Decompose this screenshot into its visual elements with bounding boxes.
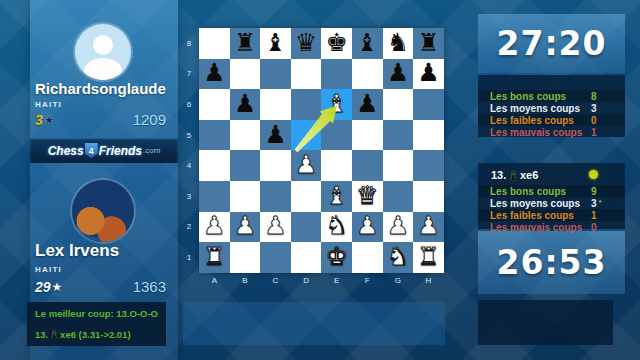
square-f5[interactable] xyxy=(352,120,383,151)
rank-label-2: 2 xyxy=(183,212,195,243)
piece-white-pawn: ♟ xyxy=(387,213,409,238)
rank-label-7: 7 xyxy=(183,59,195,90)
stat-value: 0 xyxy=(585,115,625,126)
square-h7[interactable]: ♟ xyxy=(413,59,444,90)
move-number: 13. xyxy=(35,329,48,340)
stat-label: Les moyens coups xyxy=(490,103,580,114)
square-g4[interactable] xyxy=(383,150,414,181)
avatar-top-player[interactable] xyxy=(75,24,131,80)
square-b7[interactable] xyxy=(230,59,261,90)
played-move-eval: 13. ♝ xe6 (3.31->2.01) xyxy=(35,328,131,341)
top-player-name[interactable]: Richardsonglaude xyxy=(30,80,183,97)
square-h6[interactable] xyxy=(413,89,444,120)
logo-text-tld: .com xyxy=(143,146,160,155)
square-c7[interactable] xyxy=(260,59,291,90)
square-a3[interactable] xyxy=(199,181,230,212)
piece-white-rook: ♜ xyxy=(417,244,439,269)
bishop-icon: ♝ xyxy=(49,328,59,341)
move-eval-text: xe6 (3.31->2.01) xyxy=(60,329,131,340)
square-f8[interactable]: ♝ xyxy=(352,28,383,59)
top-player-rating: 1209 xyxy=(133,111,166,128)
square-e6[interactable]: ♝ xyxy=(321,89,352,120)
square-b1[interactable] xyxy=(230,242,261,273)
square-e2[interactable]: ♞ xyxy=(321,212,352,243)
square-h8[interactable]: ♜ xyxy=(413,28,444,59)
piece-black-pawn: ♟ xyxy=(234,91,256,116)
stat-row-medium: Les moyens coups 3 xyxy=(478,102,625,114)
stat-value: 3 xyxy=(585,103,625,114)
square-g5[interactable] xyxy=(383,120,414,151)
stat-label: Les faibles coups xyxy=(490,115,574,126)
chess-board[interactable]: ♜♝♛♚♝♞♜♟♟♟♟♝♟♟♟♝♛♟♟♟♞♟♟♟♜♚♞♜ xyxy=(199,28,444,273)
piece-white-pawn: ♟ xyxy=(203,213,225,238)
square-b4[interactable] xyxy=(230,150,261,181)
square-c8[interactable]: ♝ xyxy=(260,28,291,59)
rank-labels: 87654321 xyxy=(183,28,195,273)
square-e8[interactable]: ♚ xyxy=(321,28,352,59)
right-bottom-panel xyxy=(478,300,613,345)
square-b5[interactable] xyxy=(230,120,261,151)
square-e5[interactable] xyxy=(321,120,352,151)
avatar-bottom-player[interactable] xyxy=(72,180,134,242)
bottom-middle-bar xyxy=(183,302,445,345)
square-d5[interactable] xyxy=(291,120,322,151)
square-f3[interactable]: ♛ xyxy=(352,181,383,212)
piece-white-pawn: ♟ xyxy=(234,213,256,238)
square-e1[interactable]: ♚ xyxy=(321,242,352,273)
file-label-d: D xyxy=(291,276,322,288)
stat-label: Les mauvais coups xyxy=(490,127,582,138)
square-f6[interactable]: ♟ xyxy=(352,89,383,120)
move-quality-dot xyxy=(589,170,598,179)
square-c6[interactable] xyxy=(260,89,291,120)
square-c3[interactable] xyxy=(260,181,291,212)
piece-black-pawn: ♟ xyxy=(356,91,378,116)
square-g8[interactable]: ♞ xyxy=(383,28,414,59)
bottom-player-star-count: 29 xyxy=(35,279,51,295)
piece-white-rook: ♜ xyxy=(203,244,225,269)
stat-row-bad: Les mauvais coups 1 xyxy=(478,126,625,138)
square-g3[interactable] xyxy=(383,181,414,212)
logo-text-chess: Chess xyxy=(48,144,84,158)
rank-label-1: 1 xyxy=(183,242,195,273)
stat-row-good: Les bons coups 8 xyxy=(478,90,625,102)
square-f2[interactable]: ♟ xyxy=(352,212,383,243)
piece-black-pawn: ♟ xyxy=(203,60,225,85)
best-move-text: Le meilleur coup: 13.O-O-O xyxy=(35,308,158,319)
top-player-clock: 27:20 xyxy=(478,14,625,73)
stat-label: Les faibles coups xyxy=(490,210,574,221)
square-a4[interactable] xyxy=(199,150,230,181)
stat-row-weak: Les faibles coups 1 xyxy=(478,209,625,221)
piece-black-rook: ♜ xyxy=(234,30,256,55)
piece-white-knight: ♞ xyxy=(325,213,347,238)
bottom-player-name[interactable]: Lex Irvens xyxy=(30,241,183,261)
piece-white-queen: ♛ xyxy=(356,183,378,208)
stat-label: Les bons coups xyxy=(490,186,566,197)
stat-row-weak: Les faibles coups 0 xyxy=(478,114,625,126)
file-label-c: C xyxy=(260,276,291,288)
square-e7[interactable] xyxy=(321,59,352,90)
square-e3[interactable]: ♝ xyxy=(321,181,352,212)
piece-white-pawn: ♟ xyxy=(264,213,286,238)
move-analysis-panel: 13. ♝ xe6 Les bons coups 9 Les moyens co… xyxy=(478,163,625,229)
square-f4[interactable] xyxy=(352,150,383,181)
square-d2[interactable] xyxy=(291,212,322,243)
logo-shield-icon: 4 xyxy=(85,143,98,158)
rank-label-6: 6 xyxy=(183,89,195,120)
piece-black-pawn: ♟ xyxy=(264,122,286,147)
stat-label: Les bons coups xyxy=(490,91,566,102)
piece-white-pawn: ♟ xyxy=(356,213,378,238)
square-c2[interactable]: ♟ xyxy=(260,212,291,243)
avatar-silhouette-head xyxy=(93,35,113,55)
square-a1[interactable]: ♜ xyxy=(199,242,230,273)
square-b2[interactable]: ♟ xyxy=(230,212,261,243)
square-g2[interactable]: ♟ xyxy=(383,212,414,243)
square-a7[interactable]: ♟ xyxy=(199,59,230,90)
square-c1[interactable] xyxy=(260,242,291,273)
square-a5[interactable] xyxy=(199,120,230,151)
stat-row-good: Les bons coups 9 xyxy=(478,185,625,197)
piece-black-king: ♚ xyxy=(325,30,347,55)
stat-label: Les moyens coups xyxy=(490,198,580,209)
rank-label-5: 5 xyxy=(183,120,195,151)
square-b6[interactable]: ♟ xyxy=(230,89,261,120)
square-d4[interactable]: ♟ xyxy=(291,150,322,181)
square-f1[interactable] xyxy=(352,242,383,273)
bottom-player-rating: 1363 xyxy=(133,278,166,295)
file-label-a: A xyxy=(199,276,230,288)
piece-white-king: ♚ xyxy=(325,244,347,269)
piece-white-bishop: ♝ xyxy=(325,91,347,116)
rank-label-4: 4 xyxy=(183,150,195,181)
file-label-f: F xyxy=(352,276,383,288)
square-h5[interactable] xyxy=(413,120,444,151)
square-b3[interactable] xyxy=(230,181,261,212)
square-d3[interactable] xyxy=(291,181,322,212)
piece-black-pawn: ♟ xyxy=(417,60,439,85)
square-g6[interactable] xyxy=(383,89,414,120)
piece-white-pawn: ♟ xyxy=(417,213,439,238)
bottom-player-rating-row: 29 ★ 1363 xyxy=(35,278,166,295)
piece-black-bishop: ♝ xyxy=(264,30,286,55)
square-d8[interactable]: ♛ xyxy=(291,28,322,59)
square-h3[interactable] xyxy=(413,181,444,212)
piece-black-bishop: ♝ xyxy=(356,30,378,55)
stat-value: 1 xyxy=(585,127,625,138)
move-san: xe6 xyxy=(520,169,538,181)
piece-white-bishop: ♝ xyxy=(325,183,347,208)
square-c5[interactable]: ♟ xyxy=(260,120,291,151)
square-f7[interactable] xyxy=(352,59,383,90)
stat-value-number: 3 xyxy=(591,198,597,209)
square-h2[interactable]: ♟ xyxy=(413,212,444,243)
stat-row-medium: Les moyens coups 3* xyxy=(478,197,625,209)
best-move-box: Le meilleur coup: 13.O-O-O 13. ♝ xe6 (3.… xyxy=(27,302,166,346)
piece-black-pawn: ♟ xyxy=(387,60,409,85)
square-h4[interactable] xyxy=(413,150,444,181)
square-c4[interactable] xyxy=(260,150,291,181)
game-stats-panel: Les bons coups 8 Les moyens coups 3 Les … xyxy=(478,75,625,137)
star-icon: ★ xyxy=(44,113,55,127)
stat-value: 1 xyxy=(585,210,625,221)
piece-black-knight: ♞ xyxy=(387,30,409,55)
bottom-player-clock: 26:53 xyxy=(478,231,625,294)
square-d1[interactable] xyxy=(291,242,322,273)
square-a2[interactable]: ♟ xyxy=(199,212,230,243)
file-labels: ABCDEFGH xyxy=(199,276,444,288)
top-player-rating-row: 3 ★ 1209 xyxy=(35,111,166,128)
chess4friends-logo[interactable]: Chess 4 Friends .com xyxy=(30,138,178,163)
square-d6[interactable] xyxy=(291,89,322,120)
square-a6[interactable] xyxy=(199,89,230,120)
top-player-country: HAITI xyxy=(35,100,62,109)
stat-value: 3* xyxy=(585,198,625,209)
stat-value: 8 xyxy=(585,91,625,102)
top-player-star-count: 3 xyxy=(35,112,43,128)
piece-black-rook: ♜ xyxy=(417,30,439,55)
star-icon: ★ xyxy=(52,280,63,294)
stat-value-note: * xyxy=(599,198,602,207)
stat-value: 9 xyxy=(585,186,625,197)
file-label-b: B xyxy=(230,276,261,288)
square-b8[interactable]: ♜ xyxy=(230,28,261,59)
current-move-header: 13. ♝ xe6 xyxy=(478,163,625,185)
file-label-g: G xyxy=(383,276,414,288)
square-a8[interactable] xyxy=(199,28,230,59)
bottom-player-country: HAITI xyxy=(35,265,62,274)
square-d7[interactable] xyxy=(291,59,322,90)
rank-label-8: 8 xyxy=(183,28,195,59)
move-number: 13. xyxy=(491,169,506,181)
piece-black-queen: ♛ xyxy=(295,30,317,55)
file-label-e: E xyxy=(321,276,352,288)
logo-shield-number: 4 xyxy=(89,146,94,156)
logo-text-friends: Friends xyxy=(99,144,142,158)
file-label-h: H xyxy=(413,276,444,288)
bishop-icon: ♝ xyxy=(507,168,519,183)
square-h1[interactable]: ♜ xyxy=(413,242,444,273)
square-g7[interactable]: ♟ xyxy=(383,59,414,90)
piece-white-pawn: ♟ xyxy=(295,152,317,177)
piece-white-knight: ♞ xyxy=(387,244,409,269)
square-e4[interactable] xyxy=(321,150,352,181)
square-g1[interactable]: ♞ xyxy=(383,242,414,273)
rank-label-3: 3 xyxy=(183,181,195,212)
